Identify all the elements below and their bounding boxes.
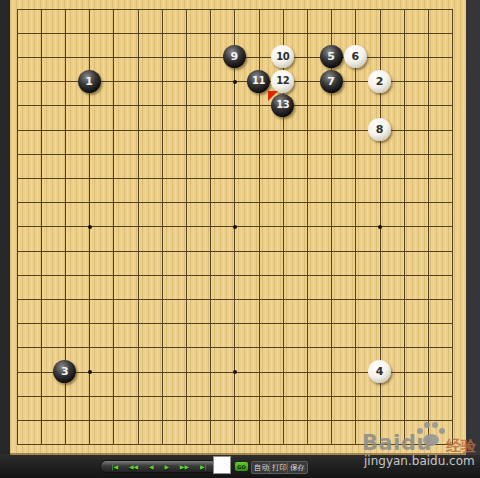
stone-12: 12 <box>271 70 294 93</box>
stone-7: 7 <box>320 70 343 93</box>
stone-10: 10 <box>271 45 294 68</box>
grid-line-h <box>17 420 454 421</box>
star-point <box>233 80 237 84</box>
stone-2: 2 <box>368 70 391 93</box>
stone-9: 9 <box>223 45 246 68</box>
go-board[interactable]: 12345678910111213 <box>10 0 466 455</box>
stone-8: 8 <box>368 118 391 141</box>
stone-13: 13 <box>271 94 294 117</box>
grid-line-v <box>404 9 405 446</box>
playback-forward-button[interactable]: ▶▶ <box>180 461 189 472</box>
move-number-input[interactable] <box>213 456 231 474</box>
grid-line-h <box>17 323 454 324</box>
stone-6: 6 <box>344 45 367 68</box>
grid-line-v <box>452 9 453 446</box>
star-point <box>378 225 382 229</box>
watermark-url: jingyan.baidu.com <box>364 454 475 468</box>
stone-1: 1 <box>78 70 101 93</box>
stone-4: 4 <box>368 360 391 383</box>
star-point <box>88 225 92 229</box>
grid-line-h <box>17 275 454 276</box>
grid-line-h <box>17 347 454 348</box>
playback-next-button[interactable]: ▶ <box>164 461 169 472</box>
playback-first-button[interactable]: |◀ <box>111 461 118 472</box>
go-button[interactable]: GO <box>235 462 248 471</box>
playback-rewind-button[interactable]: ◀◀ <box>129 461 138 472</box>
grid-line-v <box>355 9 356 446</box>
playback-bar: |◀◀◀◀▶▶▶▶| <box>100 460 218 473</box>
last-move-marker <box>268 91 278 101</box>
grid-line-h <box>17 251 454 252</box>
grid-line-h <box>17 396 454 397</box>
left-strip <box>0 0 10 478</box>
playback-prev-button[interactable]: ◀ <box>149 461 154 472</box>
star-point <box>233 370 237 374</box>
grid-line-h <box>17 299 454 300</box>
star-point <box>88 370 92 374</box>
baidu-paw-icon <box>417 421 445 447</box>
save-button[interactable]: 保存 <box>287 461 308 474</box>
star-point <box>233 225 237 229</box>
stone-5: 5 <box>320 45 343 68</box>
playback-last-button[interactable]: ▶| <box>200 461 207 472</box>
grid-line-v <box>307 9 308 446</box>
grid-line-v <box>428 9 429 446</box>
stone-3: 3 <box>53 360 76 383</box>
stone-11: 11 <box>247 70 270 93</box>
